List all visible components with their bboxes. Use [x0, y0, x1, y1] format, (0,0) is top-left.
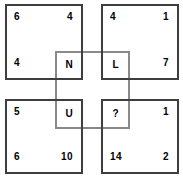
- missing-value-cell: ?: [101, 99, 130, 129]
- center-letter-u: U: [55, 99, 83, 129]
- corner-value-top-right: 1: [163, 12, 169, 22]
- corner-value-top-left: 4: [110, 12, 116, 22]
- corner-value-bottom-right: 2: [163, 152, 169, 162]
- corner-value-bottom-left: 14: [110, 152, 122, 162]
- corner-value-top-left: 5: [14, 107, 20, 117]
- corner-value-top-right: 1: [163, 107, 169, 117]
- corner-value-bottom-right: 7: [163, 58, 169, 68]
- corner-value-top-left: 6: [14, 12, 20, 22]
- corner-value-bottom-left: 6: [14, 152, 20, 162]
- puzzle-board: 6 4 4 4 1 7 5 6 10 1 14 2 N L U ?: [0, 0, 183, 179]
- corner-value-bottom-right: 10: [61, 152, 73, 162]
- corner-value-bottom-left: 4: [14, 58, 20, 68]
- center-letter-l: L: [101, 51, 130, 79]
- center-letter-n: N: [55, 51, 83, 79]
- corner-value-top-right: 4: [67, 12, 73, 22]
